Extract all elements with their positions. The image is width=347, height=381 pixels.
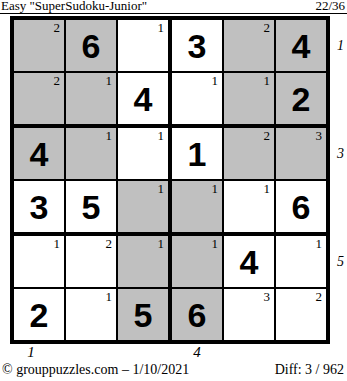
cell-r6c1[interactable]: 2 <box>14 289 66 340</box>
cell-r4c3[interactable]: 1 <box>118 181 172 236</box>
row-label-5: 5 <box>337 254 347 270</box>
cell-r1c2[interactable]: 6 <box>66 20 118 73</box>
given-digit: 6 <box>188 298 207 332</box>
given-digit: 4 <box>240 245 259 279</box>
pencil-hint: 2 <box>54 20 61 35</box>
cell-r3c6[interactable]: 3 <box>276 128 326 181</box>
pencil-hint: 1 <box>158 20 165 35</box>
pencil-hint: 2 <box>106 236 113 251</box>
given-digit: 4 <box>134 82 153 116</box>
footer: © grouppuzzles.com – 1/10/2021 Diff: 3 /… <box>0 362 347 378</box>
cell-r5c2[interactable]: 2 <box>66 236 118 289</box>
cell-r1c1[interactable]: 2 <box>14 20 66 73</box>
cell-r3c1[interactable]: 4 <box>14 128 66 181</box>
cell-r5c6[interactable]: 1 <box>276 236 326 289</box>
sudoku-grid: 261324214112411123351116121141215632 <box>10 16 330 344</box>
pencil-hint: 2 <box>264 20 271 35</box>
cell-r4c5[interactable]: 1 <box>224 181 276 236</box>
cell-r3c3[interactable]: 1 <box>118 128 172 181</box>
given-digit: 4 <box>292 29 311 63</box>
cell-r5c1[interactable]: 1 <box>14 236 66 289</box>
given-digit: 6 <box>292 190 311 224</box>
cell-r1c3[interactable]: 1 <box>118 20 172 73</box>
cell-r1c5[interactable]: 2 <box>224 20 276 73</box>
cell-r4c1[interactable]: 3 <box>14 181 66 236</box>
pencil-hint: 1 <box>212 236 219 251</box>
cell-r4c4[interactable]: 1 <box>172 181 224 236</box>
given-digit: 4 <box>30 137 49 171</box>
cell-r4c2[interactable]: 5 <box>66 181 118 236</box>
pencil-hint: 1 <box>106 128 113 143</box>
pencil-hint: 1 <box>158 181 165 196</box>
cell-r3c4[interactable]: 1 <box>172 128 224 181</box>
cell-r2c4[interactable]: 1 <box>172 73 224 128</box>
pencil-hint: 1 <box>212 181 219 196</box>
given-digit: 5 <box>134 298 153 332</box>
cell-r2c5[interactable]: 1 <box>224 73 276 128</box>
puzzle-page: Easy "SuperSudoku-Junior" 22/36 26132421… <box>0 0 347 381</box>
cell-r5c5[interactable]: 4 <box>224 236 276 289</box>
cell-r6c5[interactable]: 3 <box>224 289 276 340</box>
cell-r6c6[interactable]: 2 <box>276 289 326 340</box>
pencil-hint: 2 <box>264 128 271 143</box>
copyright-text: © grouppuzzles.com – 1/10/2021 <box>2 362 189 378</box>
pencil-hint: 1 <box>106 73 113 88</box>
cell-r2c3[interactable]: 4 <box>118 73 172 128</box>
given-digit: 2 <box>30 298 49 332</box>
cell-r5c4[interactable]: 1 <box>172 236 224 289</box>
pencil-hint: 1 <box>264 73 271 88</box>
given-digit: 1 <box>188 137 207 171</box>
cell-r1c4[interactable]: 3 <box>172 20 224 73</box>
cell-r1c6[interactable]: 4 <box>276 20 326 73</box>
cell-r3c2[interactable]: 1 <box>66 128 118 181</box>
progress-counter: 22/36 <box>315 0 345 12</box>
cell-r5c3[interactable]: 1 <box>118 236 172 289</box>
col-label-1: 1 <box>27 344 35 360</box>
pencil-hint: 1 <box>158 128 165 143</box>
cell-r3c5[interactable]: 2 <box>224 128 276 181</box>
pencil-hint: 2 <box>316 289 323 304</box>
pencil-hint: 1 <box>316 236 323 251</box>
pencil-hint: 1 <box>54 236 61 251</box>
row-label-3: 3 <box>337 146 347 162</box>
pencil-hint: 1 <box>106 289 113 304</box>
difficulty-text: Diff: 3 / 962 <box>275 362 344 378</box>
cell-r2c1[interactable]: 2 <box>14 73 66 128</box>
given-digit: 3 <box>188 29 207 63</box>
given-digit: 6 <box>82 29 101 63</box>
header: Easy "SuperSudoku-Junior" 22/36 <box>0 0 347 14</box>
cell-r6c2[interactable]: 1 <box>66 289 118 340</box>
pencil-hint: 3 <box>316 128 323 143</box>
col-label-4: 4 <box>193 344 201 360</box>
given-digit: 2 <box>292 82 311 116</box>
pencil-hint: 1 <box>264 181 271 196</box>
cell-r4c6[interactable]: 6 <box>276 181 326 236</box>
pencil-hint: 1 <box>212 73 219 88</box>
cell-r2c2[interactable]: 1 <box>66 73 118 128</box>
cell-r6c3[interactable]: 5 <box>118 289 172 340</box>
given-digit: 3 <box>30 190 49 224</box>
page-title: Easy "SuperSudoku-Junior" <box>1 0 147 12</box>
cell-r2c6[interactable]: 2 <box>276 73 326 128</box>
pencil-hint: 3 <box>264 289 271 304</box>
pencil-hint: 2 <box>54 73 61 88</box>
cell-r6c4[interactable]: 6 <box>172 289 224 340</box>
row-label-1: 1 <box>337 38 347 54</box>
pencil-hint: 1 <box>158 236 165 251</box>
given-digit: 5 <box>82 190 101 224</box>
